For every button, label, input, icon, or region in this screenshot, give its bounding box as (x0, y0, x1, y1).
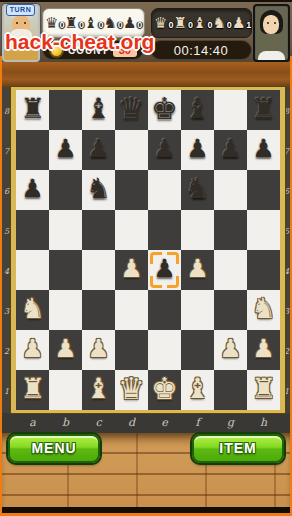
square-e5[interactable] (148, 210, 181, 250)
square-c4[interactable] (82, 250, 115, 290)
file-label-f: f (181, 416, 214, 429)
square-b7[interactable]: ♟ (49, 130, 82, 170)
rank-label-8: 8 (2, 107, 11, 116)
piece-black-pawn[interactable]: ♟ (16, 170, 49, 210)
square-c5[interactable] (82, 210, 115, 250)
piece-white-rook[interactable]: ♜ (16, 370, 49, 410)
file-label-e: e (148, 416, 181, 429)
square-a7[interactable] (16, 130, 49, 170)
rank-label-1: 1 (2, 387, 11, 396)
square-e1[interactable]: ♚ (148, 370, 181, 410)
chess-game-screen: TURN ♛0♜0♝0♞0♟0 ♛0♜0♝0♞0♟1 COUNT 30 00:1… (0, 0, 292, 516)
piece-icon-knight: ♞ (212, 14, 225, 32)
piece-white-bishop[interactable]: ♝ (82, 370, 115, 410)
file-labels-bottom: abcdefgh (0, 413, 292, 433)
piece-white-knight[interactable]: ♞ (247, 290, 280, 330)
piece-white-pawn[interactable]: ♟ (247, 330, 280, 370)
captured-white-pieces-tray: ♛0♜0♝0♞0♟1 (151, 8, 252, 38)
rank-label-7: 7 (2, 147, 11, 156)
square-g2[interactable]: ♟ (214, 330, 247, 370)
square-g5[interactable] (214, 210, 247, 250)
square-h7[interactable]: ♟ (247, 130, 280, 170)
square-e2[interactable] (148, 330, 181, 370)
square-h4[interactable] (247, 250, 280, 290)
square-b6[interactable] (49, 170, 82, 210)
square-e8[interactable]: ♚ (148, 90, 181, 130)
menu-button[interactable]: MENU (8, 434, 100, 463)
piece-black-knight[interactable]: ♞ (181, 170, 214, 210)
square-c2[interactable]: ♟ (82, 330, 115, 370)
piece-black-bishop[interactable]: ♝ (82, 90, 115, 130)
square-d7[interactable] (115, 130, 148, 170)
square-b1[interactable] (49, 370, 82, 410)
piece-black-pawn[interactable]: ♟ (181, 130, 214, 170)
square-g4[interactable] (214, 250, 247, 290)
tray-item-bishop: ♝0 (193, 14, 212, 32)
file-label-a: a (16, 416, 49, 429)
square-b8[interactable] (49, 90, 82, 130)
right-avatar-face (263, 15, 279, 34)
square-f3[interactable] (181, 290, 214, 330)
square-c6[interactable]: ♞ (82, 170, 115, 210)
piece-white-pawn[interactable]: ♟ (181, 250, 214, 290)
tray-item-pawn: ♟1 (232, 14, 251, 32)
square-d4[interactable]: ♟ (115, 250, 148, 290)
tray-item-rook: ♜0 (173, 14, 192, 32)
square-f4[interactable]: ♟ (181, 250, 214, 290)
rank-label-6: 6 (2, 187, 11, 196)
square-d8[interactable]: ♛ (115, 90, 148, 130)
square-d3[interactable] (115, 290, 148, 330)
board-wood-backdrop (2, 62, 290, 87)
screenshot-border-right (290, 56, 292, 516)
square-g3[interactable] (214, 290, 247, 330)
square-f8[interactable]: ♝ (181, 90, 214, 130)
square-g7[interactable]: ♟ (214, 130, 247, 170)
rank-label-4: 4 (2, 267, 11, 276)
piece-icon-bishop: ♝ (193, 14, 206, 32)
tray-item-queen: ♛0 (154, 14, 173, 32)
square-a2[interactable]: ♟ (16, 330, 49, 370)
square-h2[interactable]: ♟ (247, 330, 280, 370)
square-c8[interactable]: ♝ (82, 90, 115, 130)
square-b4[interactable] (49, 250, 82, 290)
square-d5[interactable] (115, 210, 148, 250)
square-g6[interactable] (214, 170, 247, 210)
piece-black-queen[interactable]: ♛ (115, 90, 148, 130)
square-a4[interactable] (16, 250, 49, 290)
chess-board: ♜♝♛♚♝♜♟♟♟♟♟♟♟♞♞♟♟♟♞♞♟♟♟♟♟♜♝♛♚♝♜ (16, 90, 280, 410)
square-h6[interactable] (247, 170, 280, 210)
square-a1[interactable]: ♜ (16, 370, 49, 410)
square-h5[interactable] (247, 210, 280, 250)
piece-black-pawn[interactable]: ♟ (148, 250, 181, 290)
piece-black-pawn[interactable]: ♟ (214, 130, 247, 170)
piece-white-queen[interactable]: ♛ (115, 370, 148, 410)
turn-indicator-badge: TURN (6, 4, 35, 16)
piece-black-king[interactable]: ♚ (148, 90, 181, 130)
tray-item-knight: ♞0 (212, 14, 231, 32)
game-timer-value: 00:14:40 (174, 43, 229, 58)
square-a5[interactable] (16, 210, 49, 250)
screenshot-border-left (0, 56, 2, 516)
right-player-avatar (253, 4, 290, 62)
square-h3[interactable]: ♞ (247, 290, 280, 330)
square-f5[interactable] (181, 210, 214, 250)
square-a6[interactable]: ♟ (16, 170, 49, 210)
square-g8[interactable] (214, 90, 247, 130)
square-b3[interactable] (49, 290, 82, 330)
piece-icon-queen: ♛ (154, 14, 167, 32)
piece-white-pawn[interactable]: ♟ (49, 330, 82, 370)
piece-black-knight[interactable]: ♞ (82, 170, 115, 210)
piece-black-pawn[interactable]: ♟ (247, 130, 280, 170)
square-a3[interactable]: ♞ (16, 290, 49, 330)
square-e7[interactable]: ♟ (148, 130, 181, 170)
square-h1[interactable]: ♜ (247, 370, 280, 410)
square-e6[interactable] (148, 170, 181, 210)
item-button[interactable]: ITEM (192, 434, 284, 463)
square-e3[interactable] (148, 290, 181, 330)
piece-black-rook[interactable]: ♜ (16, 90, 49, 130)
file-label-d: d (115, 416, 148, 429)
right-avatar-shirt (258, 51, 285, 60)
square-a8[interactable]: ♜ (16, 90, 49, 130)
square-b5[interactable] (49, 210, 82, 250)
piece-white-knight[interactable]: ♞ (16, 290, 49, 330)
square-f2[interactable] (181, 330, 214, 370)
piece-black-pawn[interactable]: ♟ (49, 130, 82, 170)
file-label-c: c (82, 416, 115, 429)
piece-icon-rook: ♜ (173, 14, 186, 32)
file-label-g: g (214, 416, 247, 429)
piece-white-pawn[interactable]: ♟ (214, 330, 247, 370)
file-label-h: h (247, 416, 280, 429)
piece-white-pawn[interactable]: ♟ (16, 330, 49, 370)
square-d2[interactable] (115, 330, 148, 370)
square-c3[interactable] (82, 290, 115, 330)
piece-white-rook[interactable]: ♜ (247, 370, 280, 410)
piece-black-bishop[interactable]: ♝ (181, 90, 214, 130)
game-timer-bar: 00:14:40 (150, 40, 252, 60)
piece-black-pawn[interactable]: ♟ (82, 130, 115, 170)
square-f1[interactable]: ♝ (181, 370, 214, 410)
square-e4[interactable]: ♟ (148, 250, 181, 290)
piece-white-bishop[interactable]: ♝ (181, 370, 214, 410)
piece-black-rook[interactable]: ♜ (247, 90, 280, 130)
square-d1[interactable]: ♛ (115, 370, 148, 410)
piece-white-pawn[interactable]: ♟ (115, 250, 148, 290)
rank-label-5: 5 (2, 227, 11, 236)
piece-white-king[interactable]: ♚ (148, 370, 181, 410)
watermark-text: hack-cheat.org (5, 30, 154, 54)
square-c1[interactable]: ♝ (82, 370, 115, 410)
square-b2[interactable]: ♟ (49, 330, 82, 370)
square-f7[interactable]: ♟ (181, 130, 214, 170)
rank-labels-left: 87654321 (2, 87, 11, 413)
rank-label-3: 3 (2, 307, 11, 316)
file-label-b: b (49, 416, 82, 429)
piece-white-pawn[interactable]: ♟ (82, 330, 115, 370)
square-h8[interactable]: ♜ (247, 90, 280, 130)
square-g1[interactable] (214, 370, 247, 410)
capture-count: 1 (246, 18, 251, 32)
square-f6[interactable]: ♞ (181, 170, 214, 210)
rank-label-2: 2 (2, 347, 11, 356)
square-d6[interactable] (115, 170, 148, 210)
piece-icon-pawn: ♟ (232, 14, 245, 32)
square-c7[interactable]: ♟ (82, 130, 115, 170)
piece-black-pawn[interactable]: ♟ (148, 130, 181, 170)
